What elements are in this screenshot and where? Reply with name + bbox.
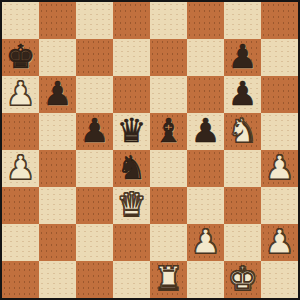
square-e3[interactable] (150, 187, 187, 224)
square-a6[interactable]: ♟ (2, 76, 39, 113)
piece-black-pawn[interactable]: ♟ (80, 114, 110, 147)
square-f1[interactable] (187, 261, 224, 298)
square-c4[interactable] (76, 150, 113, 187)
square-h8[interactable] (261, 2, 298, 39)
piece-black-bishop[interactable]: ♝ (154, 114, 184, 147)
square-d2[interactable] (113, 224, 150, 261)
square-b7[interactable] (39, 39, 76, 76)
square-f3[interactable] (187, 187, 224, 224)
square-c2[interactable] (76, 224, 113, 261)
square-f2[interactable]: ♟ (187, 224, 224, 261)
square-f8[interactable] (187, 2, 224, 39)
square-b4[interactable] (39, 150, 76, 187)
piece-black-queen[interactable]: ♛ (117, 114, 147, 147)
piece-black-king[interactable]: ♚ (6, 40, 36, 73)
square-d1[interactable] (113, 261, 150, 298)
square-g5[interactable]: ♞ (224, 113, 261, 150)
piece-black-pawn[interactable]: ♟ (191, 114, 221, 147)
piece-white-rook[interactable]: ♜ (154, 262, 184, 295)
piece-black-pawn[interactable]: ♟ (43, 77, 73, 110)
square-a3[interactable] (2, 187, 39, 224)
square-c3[interactable] (76, 187, 113, 224)
piece-white-king[interactable]: ♚ (228, 262, 258, 295)
piece-white-pawn[interactable]: ♟ (191, 225, 221, 258)
square-a5[interactable] (2, 113, 39, 150)
piece-black-knight[interactable]: ♞ (117, 151, 147, 184)
piece-black-pawn[interactable]: ♟ (228, 77, 258, 110)
square-e5[interactable]: ♝ (150, 113, 187, 150)
square-d3[interactable]: ♛ (113, 187, 150, 224)
square-d4[interactable]: ♞ (113, 150, 150, 187)
square-f7[interactable] (187, 39, 224, 76)
piece-black-pawn[interactable]: ♟ (228, 40, 258, 73)
square-b5[interactable] (39, 113, 76, 150)
square-h6[interactable] (261, 76, 298, 113)
piece-white-pawn[interactable]: ♟ (6, 151, 36, 184)
square-a7[interactable]: ♚ (2, 39, 39, 76)
square-e2[interactable] (150, 224, 187, 261)
square-a4[interactable]: ♟ (2, 150, 39, 187)
square-f6[interactable] (187, 76, 224, 113)
square-d7[interactable] (113, 39, 150, 76)
square-c7[interactable] (76, 39, 113, 76)
square-a2[interactable] (2, 224, 39, 261)
square-g4[interactable] (224, 150, 261, 187)
square-f4[interactable] (187, 150, 224, 187)
square-c5[interactable]: ♟ (76, 113, 113, 150)
square-d8[interactable] (113, 2, 150, 39)
chess-board: ♚♟♟♟♟♟♛♝♟♞♟♞♟♛♟♟♜♚ (0, 0, 300, 300)
square-b2[interactable] (39, 224, 76, 261)
square-g6[interactable]: ♟ (224, 76, 261, 113)
square-h4[interactable]: ♟ (261, 150, 298, 187)
piece-white-pawn[interactable]: ♟ (265, 151, 295, 184)
square-c8[interactable] (76, 2, 113, 39)
square-a1[interactable] (2, 261, 39, 298)
square-b6[interactable]: ♟ (39, 76, 76, 113)
square-g2[interactable] (224, 224, 261, 261)
square-h3[interactable] (261, 187, 298, 224)
square-g1[interactable]: ♚ (224, 261, 261, 298)
square-b1[interactable] (39, 261, 76, 298)
square-e8[interactable] (150, 2, 187, 39)
square-e1[interactable]: ♜ (150, 261, 187, 298)
square-e4[interactable] (150, 150, 187, 187)
piece-white-knight[interactable]: ♞ (228, 114, 258, 147)
square-a8[interactable] (2, 2, 39, 39)
square-c6[interactable] (76, 76, 113, 113)
square-e7[interactable] (150, 39, 187, 76)
square-g7[interactable]: ♟ (224, 39, 261, 76)
square-c1[interactable] (76, 261, 113, 298)
square-h1[interactable] (261, 261, 298, 298)
square-g3[interactable] (224, 187, 261, 224)
square-g8[interactable] (224, 2, 261, 39)
square-f5[interactable]: ♟ (187, 113, 224, 150)
piece-white-queen[interactable]: ♛ (117, 188, 147, 221)
square-h2[interactable]: ♟ (261, 224, 298, 261)
square-b8[interactable] (39, 2, 76, 39)
screenshot-stage: ♚♟♟♟♟♟♛♝♟♞♟♞♟♛♟♟♜♚ (0, 0, 300, 300)
square-e6[interactable] (150, 76, 187, 113)
square-b3[interactable] (39, 187, 76, 224)
square-d6[interactable] (113, 76, 150, 113)
piece-white-pawn[interactable]: ♟ (6, 77, 36, 110)
piece-white-pawn[interactable]: ♟ (265, 225, 295, 258)
square-h5[interactable] (261, 113, 298, 150)
square-d5[interactable]: ♛ (113, 113, 150, 150)
square-h7[interactable] (261, 39, 298, 76)
